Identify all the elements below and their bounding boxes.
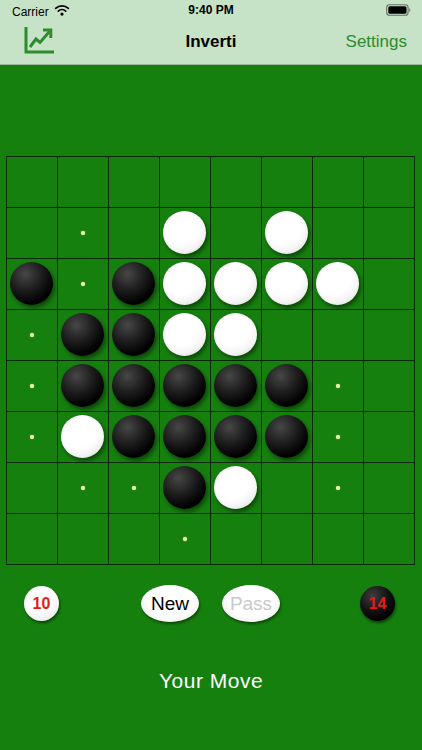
black-disc xyxy=(112,415,155,458)
black-disc xyxy=(163,415,206,458)
cell-g1[interactable] xyxy=(313,157,363,207)
cell-b5[interactable] xyxy=(58,361,108,411)
cell-e1[interactable] xyxy=(211,157,261,207)
cell-b1[interactable] xyxy=(58,157,108,207)
page-title: Inverti xyxy=(185,32,236,52)
legal-move-dot xyxy=(30,333,34,337)
cell-g6[interactable] xyxy=(313,412,363,462)
cell-e5[interactable] xyxy=(211,361,261,411)
cell-f2[interactable] xyxy=(262,208,312,258)
settings-button[interactable]: Settings xyxy=(346,32,407,52)
cell-c2[interactable] xyxy=(109,208,159,258)
nav-bar: Inverti Settings xyxy=(0,20,422,64)
black-disc xyxy=(163,364,206,407)
white-score-disc: 10 xyxy=(24,586,59,621)
cell-b6[interactable] xyxy=(58,412,108,462)
turn-status-text: Your Move xyxy=(0,669,422,693)
cell-f4[interactable] xyxy=(262,310,312,360)
cell-d3[interactable] xyxy=(160,259,210,309)
black-disc xyxy=(112,313,155,356)
cell-d2[interactable] xyxy=(160,208,210,258)
black-disc xyxy=(112,262,155,305)
cell-f1[interactable] xyxy=(262,157,312,207)
pass-button[interactable]: Pass xyxy=(222,585,280,622)
cell-b4[interactable] xyxy=(58,310,108,360)
black-disc xyxy=(265,415,308,458)
white-disc xyxy=(163,313,206,356)
cell-g8[interactable] xyxy=(313,514,363,564)
cell-c1[interactable] xyxy=(109,157,159,207)
cell-h8[interactable] xyxy=(364,514,414,564)
white-disc xyxy=(163,262,206,305)
legal-move-dot xyxy=(336,486,340,490)
cell-c5[interactable] xyxy=(109,361,159,411)
cell-b8[interactable] xyxy=(58,514,108,564)
cell-f8[interactable] xyxy=(262,514,312,564)
cell-h6[interactable] xyxy=(364,412,414,462)
legal-move-dot xyxy=(132,486,136,490)
white-score-label: 10 xyxy=(33,595,51,613)
stats-button[interactable] xyxy=(20,25,58,59)
black-score-disc: 14 xyxy=(360,586,395,621)
black-disc xyxy=(163,466,206,509)
cell-f5[interactable] xyxy=(262,361,312,411)
cell-g2[interactable] xyxy=(313,208,363,258)
cell-a3[interactable] xyxy=(7,259,57,309)
cell-e8[interactable] xyxy=(211,514,261,564)
black-disc xyxy=(61,364,104,407)
black-disc xyxy=(10,262,53,305)
cell-g4[interactable] xyxy=(313,310,363,360)
white-disc xyxy=(265,262,308,305)
black-disc xyxy=(61,313,104,356)
cell-b7[interactable] xyxy=(58,463,108,513)
cell-d5[interactable] xyxy=(160,361,210,411)
legal-move-dot xyxy=(81,282,85,286)
cell-h1[interactable] xyxy=(364,157,414,207)
legal-move-dot xyxy=(81,486,85,490)
cell-h2[interactable] xyxy=(364,208,414,258)
cell-a6[interactable] xyxy=(7,412,57,462)
cell-e7[interactable] xyxy=(211,463,261,513)
black-disc xyxy=(214,415,257,458)
cell-b3[interactable] xyxy=(58,259,108,309)
legal-move-dot xyxy=(30,384,34,388)
cell-d4[interactable] xyxy=(160,310,210,360)
white-disc xyxy=(265,211,308,254)
cell-e3[interactable] xyxy=(211,259,261,309)
black-disc xyxy=(214,364,257,407)
cell-e2[interactable] xyxy=(211,208,261,258)
white-disc xyxy=(316,262,359,305)
cell-a7[interactable] xyxy=(7,463,57,513)
cell-h3[interactable] xyxy=(364,259,414,309)
wifi-icon xyxy=(54,4,70,19)
legal-move-dot xyxy=(183,537,187,541)
controls-bar: 10 New Pass 14 xyxy=(0,584,422,624)
cell-g5[interactable] xyxy=(313,361,363,411)
cell-h5[interactable] xyxy=(364,361,414,411)
cell-d6[interactable] xyxy=(160,412,210,462)
cell-h4[interactable] xyxy=(364,310,414,360)
cell-a8[interactable] xyxy=(7,514,57,564)
battery-icon xyxy=(386,4,412,19)
white-disc xyxy=(214,466,257,509)
cell-c6[interactable] xyxy=(109,412,159,462)
status-bar: Carrier 9:40 PM xyxy=(0,0,422,20)
black-score-label: 14 xyxy=(369,595,387,613)
cell-e4[interactable] xyxy=(211,310,261,360)
cell-c4[interactable] xyxy=(109,310,159,360)
white-disc xyxy=(61,415,104,458)
cell-g3[interactable] xyxy=(313,259,363,309)
legal-move-dot xyxy=(30,435,34,439)
cell-c7[interactable] xyxy=(109,463,159,513)
cell-a1[interactable] xyxy=(7,157,57,207)
line-chart-icon xyxy=(21,24,57,60)
legal-move-dot xyxy=(336,435,340,439)
cell-f3[interactable] xyxy=(262,259,312,309)
white-disc xyxy=(214,313,257,356)
cell-g7[interactable] xyxy=(313,463,363,513)
cell-e6[interactable] xyxy=(211,412,261,462)
cell-f7[interactable] xyxy=(262,463,312,513)
clock-label: 9:40 PM xyxy=(188,3,233,17)
cell-f6[interactable] xyxy=(262,412,312,462)
board xyxy=(6,156,415,565)
carrier-label: Carrier xyxy=(12,5,49,19)
cell-d7[interactable] xyxy=(160,463,210,513)
cell-d8[interactable] xyxy=(160,514,210,564)
cell-h7[interactable] xyxy=(364,463,414,513)
cell-a2[interactable] xyxy=(7,208,57,258)
black-disc xyxy=(112,364,155,407)
cell-c3[interactable] xyxy=(109,259,159,309)
header: Carrier 9:40 PM xyxy=(0,0,422,65)
cell-d1[interactable] xyxy=(160,157,210,207)
cell-a5[interactable] xyxy=(7,361,57,411)
cell-a4[interactable] xyxy=(7,310,57,360)
cell-b2[interactable] xyxy=(58,208,108,258)
legal-move-dot xyxy=(81,231,85,235)
white-disc xyxy=(214,262,257,305)
black-disc xyxy=(265,364,308,407)
white-disc xyxy=(163,211,206,254)
new-button[interactable]: New xyxy=(141,585,199,622)
legal-move-dot xyxy=(336,384,340,388)
cell-c8[interactable] xyxy=(109,514,159,564)
